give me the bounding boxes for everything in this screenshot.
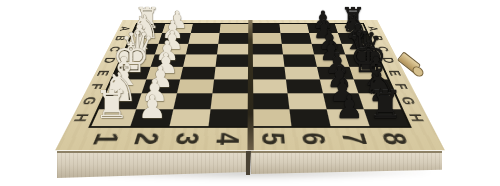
board-square <box>209 109 248 126</box>
board-square <box>99 94 141 110</box>
board-square <box>252 79 288 93</box>
board-square <box>169 109 210 126</box>
board-square <box>252 66 286 79</box>
board-square <box>129 33 162 43</box>
board-square <box>309 33 341 43</box>
board-square <box>133 24 165 33</box>
rank-labels-right-half: 5678 <box>252 129 419 150</box>
board-square <box>327 109 370 126</box>
board-square <box>211 94 248 110</box>
board-square <box>284 66 319 79</box>
board-square <box>136 94 177 110</box>
board-square <box>283 55 317 67</box>
board-square <box>191 24 221 33</box>
chess-set-photo: Folding wooden travel chess set photogra… <box>0 0 500 186</box>
board-square <box>358 94 400 110</box>
board-square <box>112 66 150 79</box>
rank-label: 2 <box>127 125 165 154</box>
board-square <box>142 79 181 93</box>
board-square <box>335 24 367 33</box>
board-square <box>173 94 212 110</box>
rank-label: 5 <box>258 125 289 154</box>
rank-label: 4 <box>211 125 242 154</box>
board-square <box>217 44 248 55</box>
board-square <box>307 24 338 33</box>
clasp-hook <box>411 64 426 78</box>
board-square <box>124 44 159 55</box>
board-square <box>282 44 314 55</box>
board-square <box>289 109 330 126</box>
board-square <box>212 79 248 93</box>
board-square <box>146 66 183 79</box>
board-half-right: ABCDEFGH 5678 <box>250 20 445 150</box>
board-square <box>349 66 387 79</box>
hinge-seam <box>247 20 253 150</box>
board-square <box>279 24 309 33</box>
board-square <box>341 44 376 55</box>
board-square <box>314 55 349 67</box>
board-square <box>183 55 217 67</box>
rank-label: 7 <box>336 125 374 154</box>
board-square <box>286 79 323 93</box>
board-square <box>312 44 346 55</box>
board-square <box>186 44 218 55</box>
board-square <box>118 55 154 67</box>
board-square <box>159 33 191 43</box>
board-square <box>106 79 146 93</box>
board-square <box>354 79 394 93</box>
board-square <box>252 44 283 55</box>
board-square <box>345 55 381 67</box>
board-square <box>252 24 281 33</box>
board-square <box>252 94 289 110</box>
board-square <box>188 33 219 43</box>
chess-board-surface: ABCDEFGH 1234 ABCDEFGH 5678 <box>55 20 445 150</box>
rank-label: 8 <box>375 125 416 154</box>
board-half-left: ABCDEFGH 1234 <box>55 20 250 150</box>
board-square <box>219 24 248 33</box>
rank-label: 3 <box>169 125 203 154</box>
board-square <box>252 55 285 67</box>
board-square <box>91 109 136 126</box>
board-square <box>338 33 371 43</box>
board-square <box>317 66 354 79</box>
board-square <box>281 33 312 43</box>
board-square <box>288 94 327 110</box>
rank-label: 6 <box>297 125 331 154</box>
board-square <box>180 66 215 79</box>
board-square <box>364 109 409 126</box>
rank-labels-left-half: 1234 <box>81 129 248 150</box>
board-square <box>177 79 214 93</box>
board-square <box>216 55 249 67</box>
board-square <box>155 44 189 55</box>
board-square <box>214 66 248 79</box>
rank-label: 1 <box>85 125 126 154</box>
board-square <box>320 79 359 93</box>
board-square <box>252 33 282 43</box>
board-square <box>323 94 364 110</box>
board-square <box>252 109 291 126</box>
board-square <box>151 55 186 67</box>
board-square <box>130 109 173 126</box>
board-square <box>218 33 248 43</box>
board-square <box>162 24 193 33</box>
